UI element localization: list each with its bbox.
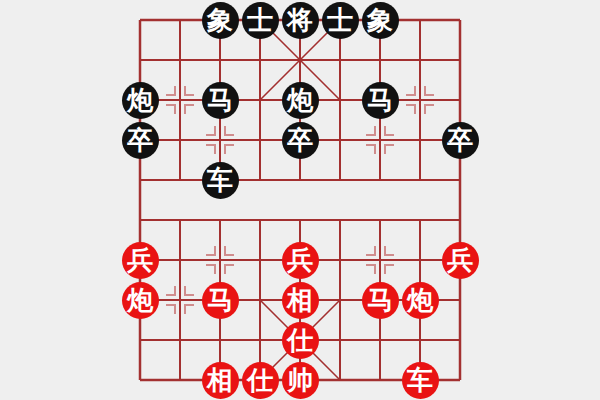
board-point[interactable] <box>360 40 400 80</box>
board-point[interactable] <box>120 160 160 200</box>
piece-red-king[interactable]: 帅 <box>282 362 319 399</box>
board-point[interactable] <box>400 0 440 40</box>
piece-black-horse[interactable]: 马 <box>362 82 399 119</box>
piece-red-advisor[interactable]: 仕 <box>242 362 279 399</box>
board-point[interactable]: 卒 <box>440 120 480 160</box>
board-point[interactable]: 将 <box>280 0 320 40</box>
board-point[interactable] <box>200 240 240 280</box>
board-point[interactable]: 相 <box>200 360 240 400</box>
board-point[interactable]: 卒 <box>280 120 320 160</box>
board-point[interactable]: 炮 <box>280 80 320 120</box>
piece-black-advisor[interactable]: 士 <box>242 2 279 39</box>
board-point[interactable]: 车 <box>400 360 440 400</box>
board-point[interactable]: 象 <box>360 0 400 40</box>
board-point[interactable] <box>240 240 280 280</box>
piece-red-cannon[interactable]: 炮 <box>122 282 159 319</box>
board-point[interactable] <box>160 320 200 360</box>
board-point[interactable] <box>400 40 440 80</box>
board-point[interactable] <box>120 200 160 240</box>
board-point[interactable] <box>360 120 400 160</box>
piece-red-horse[interactable]: 马 <box>202 282 239 319</box>
piece-red-advisor[interactable]: 仕 <box>282 322 319 359</box>
board-point[interactable]: 仕 <box>240 360 280 400</box>
board-point[interactable] <box>240 280 280 320</box>
piece-black-cannon[interactable]: 炮 <box>122 82 159 119</box>
piece-black-chariot[interactable]: 车 <box>202 162 239 199</box>
piece-black-soldier[interactable]: 卒 <box>442 122 479 159</box>
piece-black-soldier[interactable]: 卒 <box>282 122 319 159</box>
board-point[interactable]: 士 <box>240 0 280 40</box>
board-point[interactable]: 兵 <box>280 240 320 280</box>
board-point[interactable] <box>440 320 480 360</box>
board-point[interactable]: 马 <box>360 80 400 120</box>
board-point[interactable] <box>120 40 160 80</box>
piece-black-king[interactable]: 将 <box>282 2 319 39</box>
piece-black-horse[interactable]: 马 <box>202 82 239 119</box>
board-point[interactable] <box>160 0 200 40</box>
board-point[interactable]: 帅 <box>280 360 320 400</box>
piece-red-elephant[interactable]: 相 <box>202 362 239 399</box>
board-point[interactable] <box>120 0 160 40</box>
board-point[interactable] <box>240 320 280 360</box>
board-point[interactable] <box>400 320 440 360</box>
board-point[interactable]: 士 <box>320 0 360 40</box>
board-point[interactable] <box>240 120 280 160</box>
board-point[interactable] <box>120 360 160 400</box>
board-point[interactable]: 象 <box>200 0 240 40</box>
board-point[interactable] <box>320 120 360 160</box>
board-point[interactable] <box>360 200 400 240</box>
board-point[interactable] <box>240 80 280 120</box>
board-point[interactable] <box>320 40 360 80</box>
piece-black-advisor[interactable]: 士 <box>322 2 359 39</box>
board-point[interactable] <box>440 280 480 320</box>
board-point[interactable] <box>360 320 400 360</box>
board-point[interactable] <box>360 240 400 280</box>
board-point[interactable] <box>360 360 400 400</box>
board-point[interactable] <box>320 200 360 240</box>
board-point[interactable] <box>160 80 200 120</box>
board-point[interactable] <box>200 40 240 80</box>
piece-red-horse[interactable]: 马 <box>362 282 399 319</box>
board-point[interactable]: 马 <box>360 280 400 320</box>
board-point[interactable]: 兵 <box>120 240 160 280</box>
board-point[interactable]: 车 <box>200 160 240 200</box>
board-point[interactable] <box>160 120 200 160</box>
board-point[interactable]: 仕 <box>280 320 320 360</box>
board-point[interactable] <box>280 200 320 240</box>
piece-black-cannon[interactable]: 炮 <box>282 82 319 119</box>
board-point[interactable]: 马 <box>200 80 240 120</box>
board-point[interactable] <box>320 320 360 360</box>
board-point[interactable] <box>320 80 360 120</box>
board-point[interactable] <box>400 160 440 200</box>
board-point[interactable] <box>400 80 440 120</box>
board-point[interactable]: 炮 <box>400 280 440 320</box>
board-point[interactable] <box>440 80 480 120</box>
piece-red-soldier[interactable]: 兵 <box>282 242 319 279</box>
board-point[interactable] <box>240 200 280 240</box>
board-point[interactable] <box>320 240 360 280</box>
board-point[interactable] <box>240 40 280 80</box>
board-point[interactable] <box>280 160 320 200</box>
board-point[interactable] <box>160 40 200 80</box>
board-point[interactable] <box>440 40 480 80</box>
board-point[interactable] <box>440 200 480 240</box>
board-point[interactable] <box>160 360 200 400</box>
board-point[interactable] <box>120 320 160 360</box>
piece-black-elephant[interactable]: 象 <box>202 2 239 39</box>
board-point[interactable] <box>320 280 360 320</box>
board-point[interactable] <box>200 200 240 240</box>
board-point[interactable] <box>360 160 400 200</box>
board-point[interactable] <box>160 160 200 200</box>
board-point[interactable] <box>320 160 360 200</box>
piece-black-soldier[interactable]: 卒 <box>122 122 159 159</box>
board-point[interactable]: 马 <box>200 280 240 320</box>
piece-red-soldier[interactable]: 兵 <box>122 242 159 279</box>
board-point[interactable] <box>200 120 240 160</box>
board-point[interactable] <box>440 0 480 40</box>
board-point[interactable] <box>440 360 480 400</box>
board-point[interactable] <box>280 40 320 80</box>
board-point[interactable] <box>160 240 200 280</box>
board-point[interactable] <box>400 200 440 240</box>
piece-red-cannon[interactable]: 炮 <box>402 282 439 319</box>
board-point[interactable]: 炮 <box>120 280 160 320</box>
piece-red-chariot[interactable]: 车 <box>402 362 439 399</box>
board-point[interactable] <box>200 320 240 360</box>
board-point[interactable] <box>320 360 360 400</box>
board-point[interactable]: 炮 <box>120 80 160 120</box>
board-point[interactable] <box>160 200 200 240</box>
board-point[interactable] <box>400 240 440 280</box>
piece-red-elephant[interactable]: 相 <box>282 282 319 319</box>
board-points-grid: 象士将士象炮马炮马卒卒卒车兵兵兵炮马相马炮仕相仕帅车 <box>120 0 480 400</box>
piece-red-soldier[interactable]: 兵 <box>442 242 479 279</box>
board-point[interactable] <box>440 160 480 200</box>
board-point[interactable]: 卒 <box>120 120 160 160</box>
xiangqi-board: 象士将士象炮马炮马卒卒卒车兵兵兵炮马相马炮仕相仕帅车 <box>0 0 600 400</box>
board-point[interactable] <box>400 120 440 160</box>
board-point[interactable]: 兵 <box>440 240 480 280</box>
board-point[interactable]: 相 <box>280 280 320 320</box>
piece-black-elephant[interactable]: 象 <box>362 2 399 39</box>
board-point[interactable] <box>240 160 280 200</box>
board-point[interactable] <box>160 280 200 320</box>
